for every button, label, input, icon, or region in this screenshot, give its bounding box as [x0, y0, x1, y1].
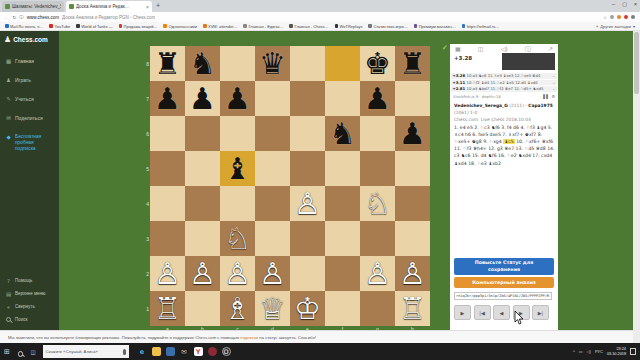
- taskbar-search-icon[interactable]: [18, 343, 24, 360]
- bookmark-favicon: [335, 24, 339, 28]
- engine-eval: +3.28: [454, 55, 472, 61]
- square-b4[interactable]: [185, 186, 220, 221]
- black-rook[interactable]: ♜: [150, 46, 185, 81]
- black-pawn[interactable]: ♟: [395, 116, 430, 151]
- sidebar-item-play[interactable]: ♟Играть: [0, 75, 59, 85]
- square-h6[interactable]: ♟: [395, 116, 430, 151]
- tab-chess-game[interactable]: Шахматы: Vedenichev_Ser…: [2, 1, 64, 12]
- square-a5[interactable]: [150, 151, 185, 186]
- url-text: www.chess.com: [27, 15, 59, 20]
- tab-analysis-board[interactable]: Доска Анализа и Редак… ×: [66, 1, 152, 12]
- square-h5[interactable]: [395, 151, 430, 186]
- chesscom-page: ♟ Chess.com ▦Главная♟Играть✎Учиться✉Поде…: [0, 31, 633, 330]
- square-b8[interactable]: ♞: [185, 46, 220, 81]
- bookmark-label: Главная - Едины…: [248, 24, 283, 29]
- bookmark-label: https://refmail.ru…: [467, 24, 500, 29]
- sidebar-item-label: Бесплатная пробная подписка: [15, 134, 54, 153]
- square-g6[interactable]: [360, 116, 395, 151]
- square-f1[interactable]: [325, 291, 360, 326]
- bookmark-favicon: [368, 24, 372, 28]
- rank-label: 5: [142, 151, 149, 186]
- sidebar-item-label: Свернуть: [15, 304, 35, 309]
- square-b7[interactable]: ♟: [185, 81, 220, 116]
- square-b3[interactable]: [185, 221, 220, 256]
- prev-move-button[interactable]: ◀: [493, 305, 510, 320]
- taskbar-app-explorer[interactable]: [152, 347, 161, 356]
- taskbar-clock[interactable]: 23:24 03.10.2018: [607, 347, 626, 356]
- page-title-text: Доска Анализа и Редактор PGN - Chess.com: [62, 15, 155, 20]
- pawn-logo-icon: ♟: [4, 35, 11, 44]
- bookmark-item[interactable]: XVM: attendet…: [203, 24, 237, 29]
- clock-time: 23:24: [616, 347, 626, 351]
- chevron-down-icon: ⌄: [552, 73, 555, 78]
- white-pawn[interactable]: ♙: [360, 256, 395, 291]
- sidebar-item-help[interactable]: ?Помощь: [0, 276, 59, 286]
- new-tab-button[interactable]: +: [156, 2, 160, 9]
- white-pawn[interactable]: ♙: [150, 256, 185, 291]
- white-pawn[interactable]: ♙: [290, 186, 325, 221]
- chevron-down-icon: ⌄: [552, 80, 555, 85]
- black-pawn[interactable]: ♟: [220, 81, 255, 116]
- bookmark-item[interactable]: Продажа вещей…: [119, 24, 158, 29]
- square-b2[interactable]: ♙: [185, 256, 220, 291]
- computer-analysis-button[interactable]: Компьютерный анализ: [454, 277, 554, 288]
- bookmark-item[interactable]: Одноклассники: [163, 24, 197, 29]
- sidebar-item-label: Поделиться: [15, 115, 43, 121]
- bookmark-item[interactable]: WoTReplays: [335, 24, 363, 29]
- square-c4[interactable]: [220, 186, 255, 221]
- white-knight[interactable]: ♘: [360, 186, 395, 221]
- game-event: Chess.com: Live Chess 2018.10.03: [454, 117, 531, 122]
- start-button[interactable]: ⊞: [4, 348, 10, 356]
- sidebar-item-search[interactable]: Поиск: [0, 315, 59, 326]
- reload-icon[interactable]: ↻: [13, 15, 17, 20]
- bookmark-item[interactable]: https://refmail.ru…: [462, 24, 500, 29]
- square-d5[interactable]: [255, 151, 290, 186]
- notification-center-icon[interactable]: [630, 348, 636, 355]
- bookmark-favicon: [462, 24, 466, 28]
- bookmark-label: Статистика игро…: [373, 24, 407, 29]
- explorer-icon[interactable]: ◫: [478, 45, 484, 54]
- sidebar-item-collapse[interactable]: «Свернуть: [0, 302, 59, 312]
- maximize-button[interactable]: ▢: [622, 1, 627, 7]
- share-icon: ✉: [5, 115, 12, 121]
- black-rook[interactable]: ♜: [395, 46, 430, 81]
- engine-line-moves: 10.a3 ♞c6 11.♗e3 ♝xe3 12.♘xe3 ♛d4: [467, 73, 553, 78]
- square-c2[interactable]: ♙: [220, 256, 255, 291]
- chevron-down-icon: ⌄: [552, 86, 555, 91]
- vs-separator: -: [525, 103, 527, 108]
- extension-icon[interactable]: [624, 15, 628, 19]
- bookmark-favicon: [203, 24, 207, 28]
- square-d6[interactable]: [255, 116, 290, 151]
- black-pawn[interactable]: ♟: [360, 81, 395, 116]
- extension-icon[interactable]: [617, 15, 621, 19]
- engine-line[interactable]: +3.1110.♘f2 ♝d4 11.♘e2 ♝e5 12.d4 ♝xd4⌄: [451, 80, 557, 86]
- search-icon: [5, 317, 12, 324]
- help-icon: ?: [5, 278, 12, 284]
- white-king[interactable]: ♔: [290, 291, 325, 326]
- play-button[interactable]: ▶: [454, 305, 471, 320]
- bookmark-favicon: [119, 24, 123, 28]
- white-pawn[interactable]: ♙: [395, 256, 430, 291]
- square-a6[interactable]: [150, 116, 185, 151]
- white-bishop[interactable]: ♗: [220, 291, 255, 326]
- bookmark-star-icon[interactable]: ☆: [603, 15, 607, 20]
- sidebar-item-label: Главная: [15, 58, 34, 64]
- square-c3[interactable]: ♘: [220, 221, 255, 256]
- bookmark-item[interactable]: Премиум магазин…: [414, 24, 456, 29]
- black-pawn[interactable]: ♟: [185, 81, 220, 116]
- clock-date: 03.10.2018: [607, 352, 626, 356]
- browser-tab-strip: Шахматы: Vedenichev_Ser… Доска Анализа и…: [0, 0, 640, 12]
- sidebar-bottom-nav: ?Помощь▤Верхнее меню«СвернутьПоиск: [0, 276, 59, 329]
- page-info-icon[interactable]: ⓘ: [19, 15, 24, 20]
- square-e2[interactable]: [290, 256, 325, 291]
- black-rating: (2061): [454, 110, 469, 115]
- top-menu-icon: ▤: [5, 291, 12, 297]
- close-window-button[interactable]: ×: [634, 1, 637, 7]
- bookmarks-list: Mail.Ru почта, п…YouTubeWorld of Tanks —…: [5, 24, 499, 29]
- bookmark-item[interactable]: Mail.Ru почта, п…: [5, 24, 43, 29]
- square-b5[interactable]: [185, 151, 220, 186]
- engine-line-eval: +3.11: [453, 80, 466, 85]
- bookmark-favicon: [414, 24, 418, 28]
- mouse-cursor: [514, 311, 524, 325]
- square-h8[interactable]: ♜: [395, 46, 430, 81]
- first-move-button[interactable]: |◀: [474, 305, 491, 320]
- square-c1[interactable]: ♗: [220, 291, 255, 326]
- square-b6[interactable]: [185, 116, 220, 151]
- board-settings-icon[interactable]: ▦: [455, 45, 461, 54]
- taskbar-app-app-red[interactable]: [208, 347, 217, 356]
- taskbar-app-opera[interactable]: O: [222, 347, 231, 356]
- square-f3[interactable]: [325, 221, 360, 256]
- bookmarks-bar: Mail.Ru почта, п…YouTubeWorld of Tanks —…: [0, 22, 640, 31]
- sidebar: ♟ Chess.com ▦Главная♟Играть✎Учиться✉Поде…: [0, 31, 59, 330]
- subscription-link[interactable]: подписки: [240, 335, 258, 340]
- square-h3[interactable]: [395, 221, 430, 256]
- taskbar: ⊞ ◫ Скажите «Слушай, Алиса» e✉YO ^ ▭ ◁) …: [0, 343, 640, 360]
- bookmark-label: WoTReplays: [340, 24, 363, 29]
- diamond-icon: ◆: [5, 134, 12, 141]
- square-g3[interactable]: [360, 221, 395, 256]
- white-rating: (2111): [509, 103, 524, 108]
- home-icon: ▦: [5, 58, 12, 64]
- bookmark-label: Mail.Ru почта, п…: [10, 24, 43, 29]
- square-e4[interactable]: ♙: [290, 186, 325, 221]
- logo-text: Chess.com: [13, 36, 48, 43]
- current-move[interactable]: ♝c5: [503, 139, 515, 144]
- rank-labels: 87654321: [142, 46, 149, 326]
- square-d3[interactable]: [255, 221, 290, 256]
- adblock-notice: Мы заметили, что вы используете блокиров…: [0, 330, 633, 343]
- black-pawn[interactable]: ♟: [150, 81, 185, 116]
- taskbar-apps: e✉YO: [138, 347, 231, 356]
- rank-label: 1: [142, 291, 149, 326]
- bookmarks-overflow-icon[interactable]: »: [596, 24, 598, 29]
- bookmark-label: Продажа вещей…: [124, 24, 158, 29]
- playback-controls: ▶|◀◀▶▶|: [454, 305, 549, 320]
- sidebar-item-label: Поиск: [15, 317, 27, 322]
- profile-icon[interactable]: [631, 15, 635, 19]
- square-e8[interactable]: [290, 46, 325, 81]
- square-e5[interactable]: [290, 151, 325, 186]
- tab-label: Шахматы: Vedenichev_Ser…: [12, 4, 61, 9]
- rank-label: 2: [142, 256, 149, 291]
- notice-text: Мы заметили, что вы используете блокиров…: [8, 335, 240, 340]
- bookmark-item[interactable]: Главная - Chess…: [289, 24, 328, 29]
- square-a8[interactable]: ♜: [150, 46, 185, 81]
- bookmark-item[interactable]: Главная - Едины…: [243, 24, 283, 29]
- white-knight[interactable]: ♘: [220, 221, 255, 256]
- bookmark-label: Одноклассники: [168, 24, 197, 29]
- bookmark-label: World of Tanks —: [81, 24, 112, 29]
- taskbar-app-mail[interactable]: ✉: [180, 347, 189, 356]
- square-d1[interactable]: ♕: [255, 291, 290, 326]
- task-view-icon[interactable]: ◫: [30, 349, 35, 355]
- notice-text: на статус аккаунта. Спасибо!: [258, 335, 316, 340]
- square-c5[interactable]: ♝: [220, 151, 255, 186]
- square-g8[interactable]: ♚: [360, 46, 395, 81]
- square-f4[interactable]: [325, 186, 360, 221]
- bookmark-label: YouTube: [54, 24, 70, 29]
- learn-icon: ✎: [5, 96, 12, 102]
- fen-input[interactable]: [454, 292, 552, 300]
- engine-line[interactable]: +2.8110.a3 ♞bd7 11.♘f2 ♛e7 12.♘d5+ ♞xd5⌄: [451, 86, 557, 92]
- desktop: Шахматы: Vedenichev_Ser… Доска Анализа и…: [0, 0, 640, 360]
- engine-lines: +3.2810.a3 ♞c6 11.♗e3 ♝xe3 12.♘xe3 ♛d4⌄+…: [451, 73, 557, 93]
- bookmark-item[interactable]: YouTube: [49, 24, 70, 29]
- bookmark-favicon: [243, 24, 247, 28]
- rank-label: 7: [142, 81, 149, 116]
- black-player-name[interactable]: Capa1975: [528, 103, 553, 108]
- chesscom-favicon: [5, 4, 10, 9]
- taskbar-app-store[interactable]: [166, 347, 175, 356]
- last-move-button[interactable]: ▶|: [532, 305, 549, 320]
- rank-label: 3: [142, 221, 149, 256]
- square-f5[interactable]: [325, 151, 360, 186]
- other-bookmarks-button[interactable]: Другие закладки: [600, 24, 631, 29]
- square-c7[interactable]: ♟: [220, 81, 255, 116]
- tray-expand-icon[interactable]: ^: [573, 349, 575, 354]
- engine-line-moves: 10.a3 ♞bd7 11.♘f2 ♛e7 12.♘d5+ ♞xd5: [467, 86, 553, 91]
- square-e7[interactable]: [290, 81, 325, 116]
- square-d2[interactable]: ♙: [255, 256, 290, 291]
- move-list[interactable]: 1. e4 e5 2. ♘c3 ♞f6 3. f4 d6 4. ♘f3 ♝g4 …: [454, 124, 555, 167]
- engine-line[interactable]: +3.2810.a3 ♞c6 11.♗e3 ♝xe3 12.♘xe3 ♛d4⌄: [451, 73, 557, 79]
- play-icon: ♟: [5, 77, 12, 83]
- sidebar-item-label: Играть: [15, 77, 31, 83]
- square-d4[interactable]: [255, 186, 290, 221]
- bookmark-label: Премиум магазин…: [419, 24, 456, 29]
- bookmark-label: Главная - Chess…: [294, 24, 328, 29]
- square-h2[interactable]: ♙: [395, 256, 430, 291]
- engine-status-row: Stockfish.js 9 · depth=16 ▌▌ ⚙: [453, 94, 555, 99]
- rank-label: 8: [142, 46, 149, 81]
- upgrade-status-button[interactable]: Повысьте Статус для сохранения: [454, 258, 554, 275]
- engine-line-eval: +2.81: [453, 86, 466, 91]
- square-c8[interactable]: [220, 46, 255, 81]
- sidebar-item-learn[interactable]: ✎Учиться: [0, 94, 59, 104]
- white-player-name[interactable]: Vedenichev_Serega_G: [454, 103, 508, 108]
- white-rook[interactable]: ♖: [150, 291, 185, 326]
- chesscom-favicon: [69, 4, 74, 9]
- engine-settings-icon[interactable]: ⚙: [551, 94, 555, 99]
- scrollbar-thumb[interactable]: [634, 32, 639, 94]
- square-e1[interactable]: ♔: [290, 291, 325, 326]
- sidebar-item-label: Верхнее меню: [15, 291, 45, 296]
- pause-engine-icon[interactable]: ▌▌: [543, 94, 549, 99]
- tray-network-icon[interactable]: ▭: [579, 349, 583, 354]
- square-a3[interactable]: [150, 221, 185, 256]
- square-f2[interactable]: [325, 256, 360, 291]
- black-bishop[interactable]: ♝: [220, 151, 255, 186]
- black-queen[interactable]: ♛: [255, 46, 290, 81]
- game-header: Vedenichev_Serega_G (2111) - Capa1975 (2…: [454, 102, 555, 123]
- collapse-icon: «: [5, 304, 12, 310]
- square-a4[interactable]: [150, 186, 185, 221]
- square-f8[interactable]: [325, 46, 360, 81]
- square-a7[interactable]: ♟: [150, 81, 185, 116]
- sidebar-item-home[interactable]: ▦Главная: [0, 56, 59, 66]
- black-knight[interactable]: ♞: [325, 116, 360, 151]
- bookmark-item[interactable]: Статистика игро…: [368, 24, 407, 29]
- square-f6[interactable]: ♞: [325, 116, 360, 151]
- square-c6[interactable]: [220, 116, 255, 151]
- bookmark-item[interactable]: World of Tanks —: [76, 24, 112, 29]
- alisa-search-box[interactable]: Скажите «Слушай, Алиса»: [43, 345, 129, 358]
- close-tab-icon[interactable]: ×: [146, 4, 149, 10]
- language-indicator[interactable]: РУС: [595, 349, 603, 354]
- game-result: 1-0: [470, 110, 477, 115]
- square-a1[interactable]: ♖: [150, 291, 185, 326]
- rank-label: 6: [142, 116, 149, 151]
- square-d7[interactable]: [255, 81, 290, 116]
- tray-volume-icon[interactable]: ◁): [587, 349, 591, 354]
- bookmark-favicon: [289, 24, 293, 28]
- square-f7[interactable]: [325, 81, 360, 116]
- analysis-panel: ▦◫◁)ⓘ↗ +3.28 +3.2810.a3 ♞c6 11.♗e3 ♝xe3 …: [450, 44, 558, 330]
- page-scrollbar[interactable]: [633, 31, 640, 343]
- square-e6[interactable]: [290, 116, 325, 151]
- microphone-icon[interactable]: [123, 349, 126, 355]
- sidebar-item-share[interactable]: ✉Поделиться: [0, 113, 59, 123]
- white-pawn[interactable]: ♙: [220, 256, 255, 291]
- bookmark-favicon: [5, 24, 9, 28]
- black-knight[interactable]: ♞: [185, 46, 220, 81]
- sidebar-nav: ▦Главная♟Играть✎Учиться✉Поделиться◆Беспл…: [0, 56, 59, 155]
- caret-down-icon: ▾: [633, 24, 635, 29]
- back-icon[interactable]: ←: [5, 15, 10, 20]
- square-g1[interactable]: [360, 291, 395, 326]
- chesscom-logo[interactable]: ♟ Chess.com: [0, 31, 59, 46]
- square-g5[interactable]: [360, 151, 395, 186]
- square-d8[interactable]: ♛: [255, 46, 290, 81]
- bookmark-favicon: [76, 24, 80, 28]
- square-g4[interactable]: ♘: [360, 186, 395, 221]
- engine-line-moves: 10.♘f2 ♝d4 11.♘e2 ♝e5 12.d4 ♝xd4: [467, 80, 553, 85]
- square-g7[interactable]: ♟: [360, 81, 395, 116]
- square-h4[interactable]: [395, 186, 430, 221]
- engine-line-eval: +3.28: [453, 73, 466, 78]
- white-rook[interactable]: ♖: [395, 291, 430, 326]
- white-pawn[interactable]: ♙: [185, 256, 220, 291]
- white-pawn[interactable]: ♙: [255, 256, 290, 291]
- bookmark-favicon: [163, 24, 167, 28]
- taskbar-app-edge[interactable]: e: [138, 347, 147, 356]
- bookmark-label: XVM: attendet…: [208, 24, 237, 29]
- chess-board[interactable]: ♜♞♛♚♜♟♟♟♟♞♟♝♙♘♘♙♙♙♙♙♙♖♗♕♔♖: [150, 46, 430, 326]
- minimize-button[interactable]: ─: [612, 1, 616, 7]
- alisa-search-placeholder: Скажите «Слушай, Алиса»: [46, 349, 98, 354]
- rank-label: 4: [142, 186, 149, 221]
- square-e3[interactable]: [290, 221, 325, 256]
- square-h1[interactable]: ♖: [395, 291, 430, 326]
- sidebar-item-label: Помощь: [15, 278, 32, 283]
- white-queen[interactable]: ♕: [255, 291, 290, 326]
- engine-name: Stockfish.js 9 · depth=16: [453, 94, 501, 99]
- square-g2[interactable]: ♙: [360, 256, 395, 291]
- sidebar-item-free-trial[interactable]: ◆Бесплатная пробная подписка: [0, 132, 59, 155]
- black-king[interactable]: ♚: [360, 46, 395, 81]
- sidebar-item-top-menu[interactable]: ▤Верхнее меню: [0, 289, 59, 299]
- square-b1[interactable]: [185, 291, 220, 326]
- tab-label: Доска Анализа и Редак…: [76, 4, 144, 9]
- bookmark-favicon: [49, 24, 53, 28]
- square-a2[interactable]: ♙: [150, 256, 185, 291]
- board-area: 87654321 ♜♞♛♚♜♟♟♟♟♞♟♝♙♘♘♙♙♙♙♙♙♖♗♕♔♖ abcd…: [150, 46, 430, 326]
- sidebar-item-label: Учиться: [15, 96, 34, 102]
- square-h7[interactable]: [395, 81, 430, 116]
- taskbar-app-yandex-browser[interactable]: Y: [194, 347, 203, 356]
- engine-output-box: [502, 53, 555, 70]
- position-valid-check-icon: ✓: [442, 44, 448, 52]
- extension-icon[interactable]: [610, 15, 614, 19]
- address-bar[interactable]: ← ↻ ⓘ www.chess.com Доска Анализа и Реда…: [0, 12, 640, 22]
